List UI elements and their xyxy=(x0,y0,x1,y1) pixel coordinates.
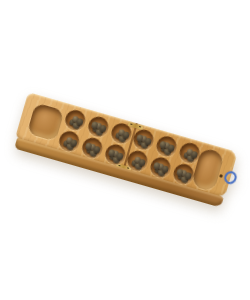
board-top-face xyxy=(15,92,238,198)
seed xyxy=(116,153,124,161)
seed xyxy=(70,139,78,147)
seed xyxy=(93,146,101,154)
string-loop xyxy=(222,169,239,187)
left-store xyxy=(27,103,65,142)
mancala-board xyxy=(12,92,238,208)
hinge-screw xyxy=(130,123,132,125)
pit-far-5[interactable] xyxy=(154,134,179,159)
seed xyxy=(184,172,192,180)
pit-far-1[interactable] xyxy=(63,108,88,133)
seed xyxy=(138,159,146,167)
seed xyxy=(144,138,152,146)
seed xyxy=(167,144,175,152)
pit-far-2[interactable] xyxy=(86,114,111,139)
seed xyxy=(190,151,198,159)
seed xyxy=(161,165,169,173)
photo-background xyxy=(0,0,250,300)
seed xyxy=(76,118,84,126)
hinge-screw xyxy=(139,125,141,127)
seed xyxy=(99,125,107,133)
latch-hole xyxy=(219,174,222,177)
seed xyxy=(122,131,130,139)
